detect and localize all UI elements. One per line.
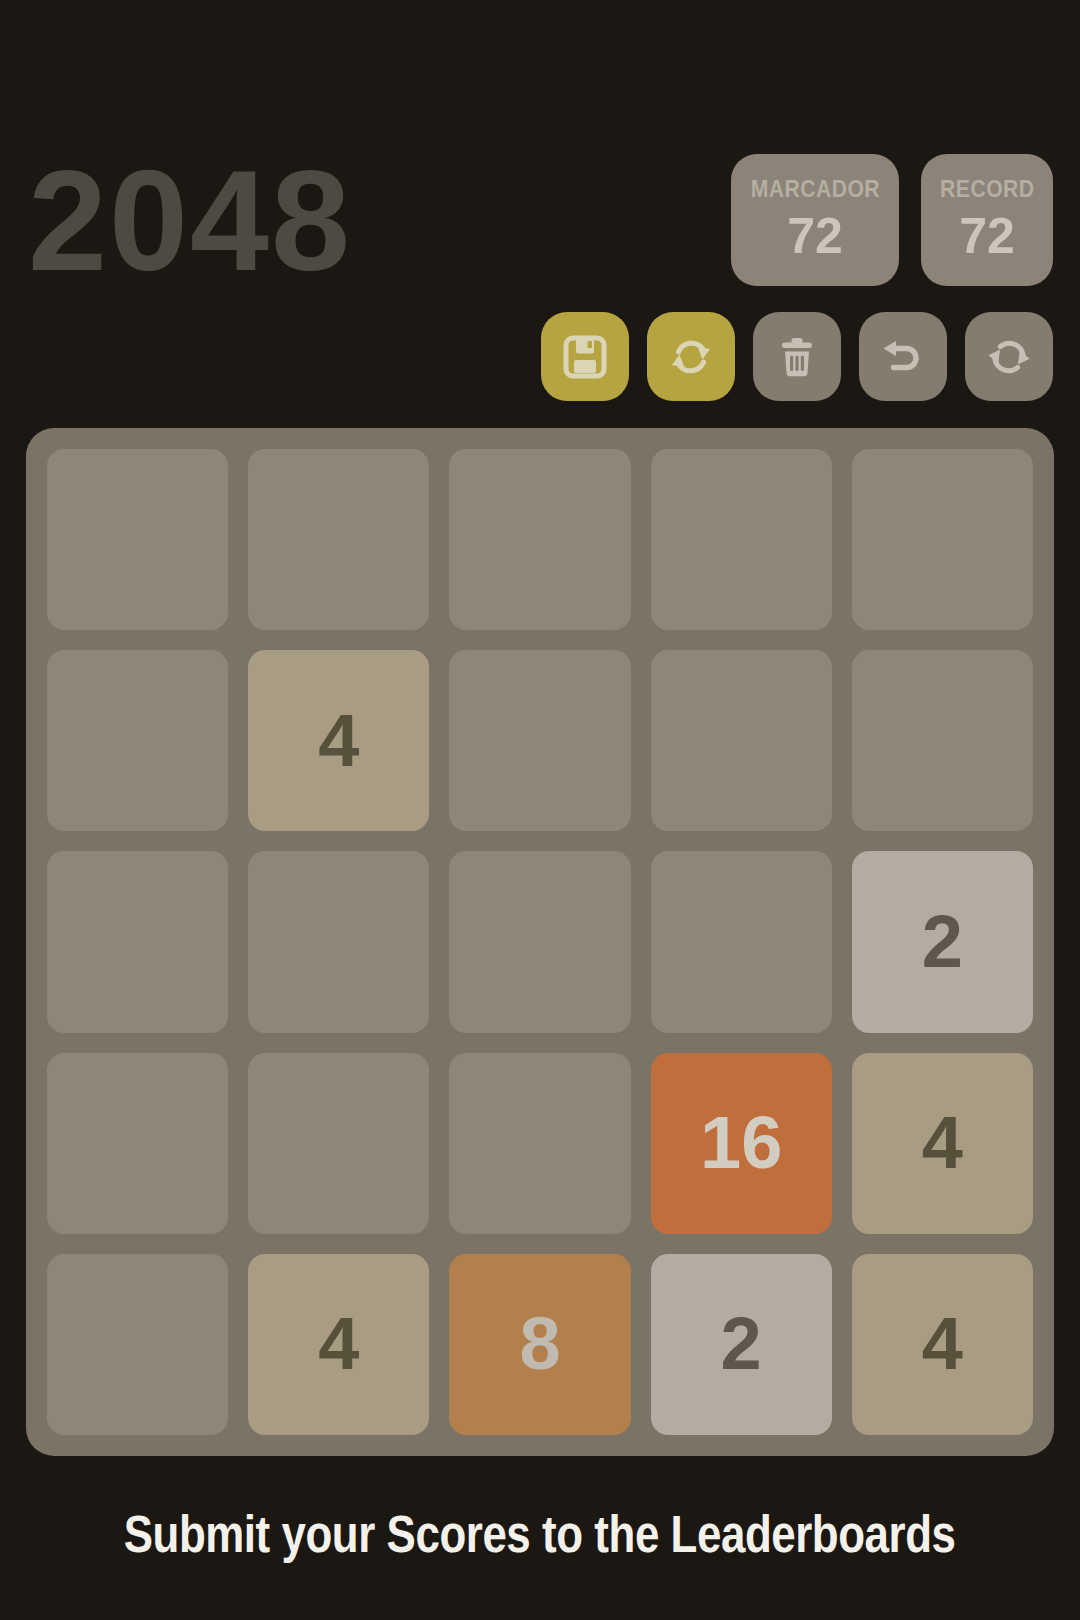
empty-cell [852,650,1033,831]
score-value: 72 [787,207,843,265]
empty-cell [651,449,832,630]
empty-cell [47,650,228,831]
empty-cell [248,851,429,1032]
empty-cell [47,851,228,1032]
tile-4: 4 [248,650,429,831]
score-label: MARCADOR [750,176,879,203]
empty-cell [248,1053,429,1234]
empty-cell [449,851,630,1032]
new-game-button[interactable] [965,312,1053,401]
tile-4: 4 [248,1254,429,1435]
tile-4: 4 [852,1053,1033,1234]
restore-button[interactable] [647,312,735,401]
empty-cell [449,1053,630,1234]
floppy-disk-icon [561,333,609,381]
best-score-box: RECORD 72 [921,154,1053,286]
trash-icon [773,333,821,381]
page-title: 2048 [28,150,352,292]
empty-cell [852,449,1033,630]
score-box: MARCADOR 72 [731,154,899,286]
empty-cell [651,650,832,831]
refresh-icon [985,333,1033,381]
undo-button[interactable] [859,312,947,401]
submit-scores-link[interactable]: Submit your Scores to the Leaderboards [124,1505,956,1564]
tile-8: 8 [449,1254,630,1435]
tile-2: 2 [852,851,1033,1032]
tile-4: 4 [852,1254,1033,1435]
clear-button[interactable] [753,312,841,401]
empty-cell [47,1254,228,1435]
best-score-label: RECORD [940,176,1034,203]
undo-arrow-icon [879,333,927,381]
empty-cell [47,449,228,630]
empty-cell [47,1053,228,1234]
board[interactable]: 421644824 [26,428,1054,1456]
footer: Submit your Scores to the Leaderboards [0,1505,1080,1564]
empty-cell [449,449,630,630]
tile-16: 16 [651,1053,832,1234]
sync-arrows-icon [667,333,715,381]
toolbar [541,312,1053,401]
empty-cell [651,851,832,1032]
score-panel: MARCADOR 72 RECORD 72 [731,154,1053,286]
empty-cell [248,449,429,630]
tile-2: 2 [651,1254,832,1435]
save-button[interactable] [541,312,629,401]
best-score-value: 72 [959,207,1015,265]
empty-cell [449,650,630,831]
